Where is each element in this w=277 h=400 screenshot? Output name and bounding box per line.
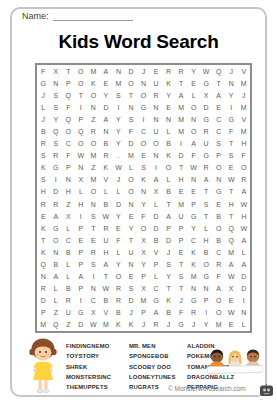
grid-cell[interactable]: G xyxy=(50,222,63,234)
grid-cell[interactable]: K xyxy=(187,258,200,270)
grid-cell[interactable]: D xyxy=(125,295,138,307)
grid-cell[interactable]: M xyxy=(237,125,250,137)
grid-cell[interactable]: N xyxy=(50,246,63,258)
grid-cell[interactable]: P xyxy=(75,113,88,125)
grid-cell[interactable]: H xyxy=(100,246,113,258)
grid-cell[interactable]: R xyxy=(37,198,50,210)
grid-cell[interactable]: N xyxy=(62,174,75,186)
grid-cell[interactable]: S xyxy=(225,150,238,162)
grid-cell[interactable]: C xyxy=(187,234,200,246)
grid-cell[interactable]: P xyxy=(62,77,75,89)
grid-cell[interactable]: G xyxy=(50,162,63,174)
grid-cell[interactable]: A xyxy=(100,65,113,77)
grid-cell[interactable]: G xyxy=(200,150,213,162)
grid-cell[interactable]: K xyxy=(37,222,50,234)
grid-cell[interactable]: S xyxy=(37,150,50,162)
grid-cell[interactable]: Y xyxy=(137,198,150,210)
grid-cell[interactable]: I xyxy=(175,138,188,150)
grid-cell[interactable]: F xyxy=(125,125,138,137)
grid-cell[interactable]: R xyxy=(50,150,63,162)
grid-cell[interactable]: G xyxy=(225,113,238,125)
grid-cell[interactable]: A xyxy=(187,138,200,150)
grid-cell[interactable]: D xyxy=(100,101,113,113)
grid-cell[interactable]: O xyxy=(187,125,200,137)
grid-cell[interactable]: B xyxy=(212,234,225,246)
grid-cell[interactable]: S xyxy=(200,198,213,210)
grid-cell[interactable]: M xyxy=(137,295,150,307)
grid-cell[interactable]: I xyxy=(225,101,238,113)
grid-cell[interactable]: L xyxy=(112,246,125,258)
grid-cell[interactable]: H xyxy=(200,234,213,246)
grid-cell[interactable]: S xyxy=(125,283,138,295)
grid-cell[interactable]: J xyxy=(137,65,150,77)
grid-cell[interactable]: R xyxy=(175,65,188,77)
grid-cell[interactable]: V xyxy=(150,246,163,258)
grid-cell[interactable]: A xyxy=(150,174,163,186)
grid-cell[interactable]: T xyxy=(87,222,100,234)
grid-cell[interactable]: Q xyxy=(75,125,88,137)
grid-cell[interactable]: Y xyxy=(137,258,150,270)
grid-cell[interactable]: B xyxy=(200,246,213,258)
grid-cell[interactable]: L xyxy=(62,222,75,234)
grid-cell[interactable]: O xyxy=(162,162,175,174)
grid-cell[interactable]: P xyxy=(162,222,175,234)
grid-cell[interactable]: O xyxy=(112,271,125,283)
grid-cell[interactable]: O xyxy=(237,162,250,174)
grid-cell[interactable]: N xyxy=(87,101,100,113)
grid-cell[interactable]: B xyxy=(37,125,50,137)
grid-cell[interactable]: Y xyxy=(125,222,138,234)
grid-cell[interactable]: L xyxy=(125,162,138,174)
grid-cell[interactable]: N xyxy=(150,101,163,113)
grid-cell[interactable]: E xyxy=(125,210,138,222)
grid-cell[interactable]: S xyxy=(125,113,138,125)
grid-cell[interactable]: T xyxy=(62,65,75,77)
grid-cell[interactable]: N xyxy=(125,258,138,270)
grid-cell[interactable]: A xyxy=(237,234,250,246)
grid-cell[interactable]: O xyxy=(137,222,150,234)
name-input-line[interactable] xyxy=(53,11,133,21)
grid-cell[interactable]: X xyxy=(87,307,100,319)
grid-cell[interactable]: A xyxy=(150,307,163,319)
grid-cell[interactable]: L xyxy=(50,283,63,295)
grid-cell[interactable]: B xyxy=(150,234,163,246)
grid-cell[interactable]: D xyxy=(150,210,163,222)
grid-cell[interactable]: W xyxy=(237,198,250,210)
grid-cell[interactable]: F xyxy=(212,271,225,283)
grid-cell[interactable]: R xyxy=(237,174,250,186)
grid-cell[interactable]: O xyxy=(212,307,225,319)
grid-cell[interactable]: G xyxy=(200,271,213,283)
grid-cell[interactable]: T xyxy=(225,210,238,222)
grid-cell[interactable]: R xyxy=(87,125,100,137)
grid-cell[interactable]: N xyxy=(150,113,163,125)
grid-cell[interactable]: L xyxy=(187,89,200,101)
grid-cell[interactable]: M xyxy=(100,319,113,331)
grid-cell[interactable]: C xyxy=(150,283,163,295)
grid-cell[interactable]: B xyxy=(100,198,113,210)
grid-cell[interactable]: J xyxy=(187,319,200,331)
grid-cell[interactable]: H xyxy=(237,210,250,222)
grid-cell[interactable]: Y xyxy=(187,222,200,234)
grid-cell[interactable]: T xyxy=(212,77,225,89)
grid-cell[interactable]: J xyxy=(37,113,50,125)
grid-cell[interactable]: R xyxy=(150,319,163,331)
grid-cell[interactable]: G xyxy=(200,113,213,125)
grid-cell[interactable]: H xyxy=(237,138,250,150)
grid-cell[interactable]: L xyxy=(200,222,213,234)
grid-cell[interactable]: O xyxy=(87,186,100,198)
grid-cell[interactable]: W xyxy=(200,65,213,77)
grid-cell[interactable]: T xyxy=(175,162,188,174)
grid-cell[interactable]: T xyxy=(175,283,188,295)
grid-cell[interactable]: J xyxy=(125,307,138,319)
grid-cell[interactable]: R xyxy=(50,198,63,210)
grid-cell[interactable]: K xyxy=(100,162,113,174)
grid-cell[interactable]: S xyxy=(50,138,63,150)
grid-cell[interactable]: . xyxy=(112,150,125,162)
grid-cell[interactable]: N xyxy=(187,174,200,186)
grid-cell[interactable]: A xyxy=(162,210,175,222)
grid-cell[interactable]: K xyxy=(162,150,175,162)
grid-cell[interactable]: T xyxy=(225,186,238,198)
grid-cell[interactable]: O xyxy=(75,77,88,89)
grid-cell[interactable]: J xyxy=(237,89,250,101)
grid-cell[interactable]: E xyxy=(225,162,238,174)
grid-cell[interactable]: Y xyxy=(200,319,213,331)
grid-cell[interactable]: D xyxy=(200,101,213,113)
grid-cell[interactable]: R xyxy=(162,65,175,77)
grid-cell[interactable]: G xyxy=(187,210,200,222)
grid-cell[interactable]: L xyxy=(100,186,113,198)
grid-cell[interactable]: O xyxy=(200,258,213,270)
grid-cell[interactable]: E xyxy=(187,77,200,89)
grid-cell[interactable]: A xyxy=(200,174,213,186)
grid-cell[interactable]: O xyxy=(87,89,100,101)
grid-cell[interactable]: B xyxy=(212,210,225,222)
grid-cell[interactable]: P xyxy=(75,246,88,258)
grid-cell[interactable]: R xyxy=(112,283,125,295)
grid-cell[interactable]: S xyxy=(112,89,125,101)
grid-cell[interactable]: Q xyxy=(212,65,225,77)
grid-cell[interactable]: O xyxy=(212,295,225,307)
grid-cell[interactable]: L xyxy=(162,174,175,186)
grid-cell[interactable]: B xyxy=(162,186,175,198)
grid-cell[interactable]: Z xyxy=(87,162,100,174)
grid-cell[interactable]: W xyxy=(112,162,125,174)
grid-cell[interactable]: G xyxy=(37,77,50,89)
grid-cell[interactable]: H xyxy=(225,198,238,210)
grid-cell[interactable]: E xyxy=(212,198,225,210)
grid-cell[interactable]: E xyxy=(125,271,138,283)
grid-cell[interactable]: X xyxy=(137,246,150,258)
grid-cell[interactable]: F xyxy=(187,150,200,162)
grid-cell[interactable]: Q xyxy=(225,222,238,234)
grid-cell[interactable]: G xyxy=(137,101,150,113)
grid-cell[interactable]: F xyxy=(62,101,75,113)
grid-cell[interactable]: K xyxy=(37,162,50,174)
grid-cell[interactable]: L xyxy=(62,258,75,270)
grid-cell[interactable]: M xyxy=(175,101,188,113)
grid-cell[interactable]: U xyxy=(125,246,138,258)
grid-cell[interactable]: R xyxy=(62,295,75,307)
grid-cell[interactable]: I xyxy=(137,113,150,125)
grid-cell[interactable]: M xyxy=(87,65,100,77)
grid-cell[interactable]: K xyxy=(187,246,200,258)
grid-cell[interactable]: D xyxy=(75,319,88,331)
grid-cell[interactable]: M xyxy=(125,150,138,162)
grid-cell[interactable]: F xyxy=(112,234,125,246)
grid-cell[interactable]: Q xyxy=(50,125,63,137)
grid-cell[interactable]: L xyxy=(75,186,88,198)
grid-cell[interactable]: X xyxy=(62,210,75,222)
grid-cell[interactable]: S xyxy=(175,271,188,283)
grid-cell[interactable]: B xyxy=(100,138,113,150)
grid-cell[interactable]: L xyxy=(50,295,63,307)
grid-cell[interactable]: P xyxy=(137,271,150,283)
grid-cell[interactable]: G xyxy=(75,307,88,319)
grid-cell[interactable]: N xyxy=(225,77,238,89)
grid-cell[interactable]: I xyxy=(50,174,63,186)
grid-cell[interactable]: N xyxy=(150,150,163,162)
grid-cell[interactable]: E xyxy=(112,222,125,234)
grid-cell[interactable]: W xyxy=(237,222,250,234)
grid-cell[interactable]: L xyxy=(237,246,250,258)
grid-cell[interactable]: P xyxy=(175,234,188,246)
grid-cell[interactable]: T xyxy=(200,186,213,198)
grid-cell[interactable]: E xyxy=(187,186,200,198)
grid-cell[interactable]: T xyxy=(37,234,50,246)
grid-cell[interactable]: O xyxy=(137,89,150,101)
grid-cell[interactable]: L xyxy=(237,319,250,331)
grid-cell[interactable]: I xyxy=(87,271,100,283)
grid-cell[interactable]: X xyxy=(50,65,63,77)
grid-cell[interactable]: A xyxy=(75,271,88,283)
grid-cell[interactable]: R xyxy=(150,89,163,101)
grid-cell[interactable]: K xyxy=(125,319,138,331)
grid-cell[interactable]: X xyxy=(137,234,150,246)
grid-cell[interactable]: P xyxy=(75,222,88,234)
grid-cell[interactable]: I xyxy=(150,162,163,174)
grid-cell[interactable]: E xyxy=(225,295,238,307)
grid-cell[interactable]: J xyxy=(162,246,175,258)
grid-cell[interactable]: P xyxy=(212,150,225,162)
grid-cell[interactable]: A xyxy=(175,89,188,101)
grid-cell[interactable]: H xyxy=(75,198,88,210)
grid-cell[interactable]: S xyxy=(162,258,175,270)
grid-cell[interactable]: L xyxy=(112,186,125,198)
grid-cell[interactable]: M xyxy=(112,77,125,89)
grid-cell[interactable]: Y xyxy=(100,89,113,101)
grid-cell[interactable]: M xyxy=(37,319,50,331)
grid-cell[interactable]: E xyxy=(37,210,50,222)
grid-cell[interactable]: J xyxy=(162,319,175,331)
grid-cell[interactable]: A xyxy=(212,89,225,101)
grid-cell[interactable]: Z xyxy=(62,319,75,331)
grid-cell[interactable]: P xyxy=(37,307,50,319)
grid-cell[interactable]: E xyxy=(225,319,238,331)
grid-cell[interactable]: B xyxy=(50,258,63,270)
grid-cell[interactable]: Q xyxy=(62,113,75,125)
grid-cell[interactable]: S xyxy=(50,101,63,113)
grid-cell[interactable]: D xyxy=(50,186,63,198)
grid-cell[interactable]: N xyxy=(200,283,213,295)
grid-cell[interactable]: S xyxy=(50,89,63,101)
grid-cell[interactable]: D xyxy=(112,198,125,210)
grid-cell[interactable]: W xyxy=(225,307,238,319)
grid-cell[interactable]: N xyxy=(50,77,63,89)
grid-cell[interactable]: A xyxy=(225,258,238,270)
grid-cell[interactable]: V xyxy=(237,65,250,77)
grid-cell[interactable]: G xyxy=(212,186,225,198)
grid-cell[interactable]: O xyxy=(87,138,100,150)
grid-cell[interactable]: B xyxy=(62,283,75,295)
grid-cell[interactable]: W xyxy=(87,319,100,331)
grid-cell[interactable]: N xyxy=(212,174,225,186)
grid-cell[interactable]: Y xyxy=(112,138,125,150)
grid-cell[interactable]: R xyxy=(37,138,50,150)
grid-cell[interactable]: E xyxy=(100,77,113,89)
grid-cell[interactable]: Q xyxy=(225,234,238,246)
grid-cell[interactable]: D xyxy=(162,234,175,246)
grid-cell[interactable]: T xyxy=(225,138,238,150)
grid-cell[interactable]: G xyxy=(150,295,163,307)
grid-cell[interactable]: D xyxy=(237,283,250,295)
grid-cell[interactable]: J xyxy=(37,89,50,101)
grid-cell[interactable]: W xyxy=(100,210,113,222)
grid-cell[interactable]: N xyxy=(162,113,175,125)
grid-cell[interactable]: P xyxy=(137,307,150,319)
grid-cell[interactable]: A xyxy=(50,210,63,222)
grid-cell[interactable]: J xyxy=(225,65,238,77)
grid-cell[interactable]: I xyxy=(75,210,88,222)
grid-cell[interactable]: U xyxy=(100,234,113,246)
grid-cell[interactable]: T xyxy=(200,210,213,222)
grid-cell[interactable]: M xyxy=(212,319,225,331)
grid-cell[interactable]: J xyxy=(112,174,125,186)
grid-cell[interactable]: S xyxy=(37,174,50,186)
grid-cell[interactable]: A xyxy=(237,258,250,270)
grid-cell[interactable]: N xyxy=(125,198,138,210)
grid-cell[interactable]: N xyxy=(100,125,113,137)
grid-cell[interactable]: T xyxy=(162,283,175,295)
grid-cell[interactable]: E xyxy=(75,234,88,246)
grid-cell[interactable]: O xyxy=(137,138,150,150)
grid-cell[interactable]: A xyxy=(237,186,250,198)
grid-cell[interactable]: N xyxy=(187,113,200,125)
grid-cell[interactable]: K xyxy=(137,174,150,186)
grid-cell[interactable]: S xyxy=(212,138,225,150)
grid-cell[interactable]: T xyxy=(162,198,175,210)
grid-cell[interactable]: S xyxy=(87,258,100,270)
grid-cell[interactable]: U xyxy=(62,307,75,319)
grid-cell[interactable]: O xyxy=(187,101,200,113)
grid-cell[interactable]: M xyxy=(237,77,250,89)
grid-cell[interactable]: P xyxy=(75,283,88,295)
grid-cell[interactable]: E xyxy=(175,186,188,198)
grid-cell[interactable]: Q xyxy=(62,89,75,101)
grid-cell[interactable]: H xyxy=(37,186,50,198)
grid-cell[interactable]: X xyxy=(225,283,238,295)
grid-cell[interactable]: Y xyxy=(112,125,125,137)
grid-cell[interactable]: L xyxy=(162,125,175,137)
grid-cell[interactable]: W xyxy=(187,162,200,174)
grid-cell[interactable]: Z xyxy=(62,198,75,210)
grid-cell[interactable]: W xyxy=(225,271,238,283)
grid-cell[interactable]: U xyxy=(150,125,163,137)
grid-cell[interactable]: J xyxy=(175,295,188,307)
grid-cell[interactable]: N xyxy=(125,101,138,113)
grid-cell[interactable]: B xyxy=(112,307,125,319)
grid-cell[interactable]: U xyxy=(150,77,163,89)
grid-cell[interactable]: T xyxy=(100,271,113,283)
grid-cell[interactable]: L xyxy=(150,271,163,283)
grid-cell[interactable]: U xyxy=(200,138,213,150)
grid-cell[interactable]: Q xyxy=(37,258,50,270)
grid-cell[interactable]: Z xyxy=(87,113,100,125)
grid-cell[interactable]: D xyxy=(37,295,50,307)
grid-cell[interactable]: X xyxy=(200,89,213,101)
grid-cell[interactable]: N xyxy=(87,283,100,295)
grid-cell[interactable]: T xyxy=(125,89,138,101)
grid-cell[interactable]: O xyxy=(125,174,138,186)
grid-cell[interactable]: N xyxy=(75,162,88,174)
grid-cell[interactable]: R xyxy=(100,222,113,234)
grid-cell[interactable]: X xyxy=(137,283,150,295)
grid-cell[interactable]: R xyxy=(37,283,50,295)
grid-cell[interactable]: Y xyxy=(162,89,175,101)
grid-cell[interactable]: F xyxy=(175,307,188,319)
grid-cell[interactable]: T xyxy=(175,258,188,270)
grid-cell[interactable]: E xyxy=(87,234,100,246)
grid-cell[interactable]: N xyxy=(137,186,150,198)
grid-cell[interactable]: Y xyxy=(225,89,238,101)
grid-cell[interactable]: G xyxy=(187,295,200,307)
grid-cell[interactable]: E xyxy=(162,101,175,113)
grid-cell[interactable]: Y xyxy=(162,271,175,283)
grid-cell[interactable]: K xyxy=(87,77,100,89)
grid-cell[interactable]: L xyxy=(62,271,75,283)
grid-cell[interactable]: W xyxy=(225,174,238,186)
grid-cell[interactable]: P xyxy=(150,258,163,270)
grid-cell[interactable]: N xyxy=(237,307,250,319)
grid-cell[interactable]: V xyxy=(100,174,113,186)
grid-cell[interactable]: N xyxy=(137,77,150,89)
grid-cell[interactable]: O xyxy=(212,162,225,174)
grid-cell[interactable]: P xyxy=(200,295,213,307)
grid-cell[interactable]: P xyxy=(75,258,88,270)
grid-cell[interactable]: M xyxy=(175,198,188,210)
grid-cell[interactable]: F xyxy=(37,65,50,77)
grid-cell[interactable]: L xyxy=(150,198,163,210)
grid-cell[interactable]: K xyxy=(112,319,125,331)
grid-cell[interactable]: T xyxy=(75,89,88,101)
grid-cell[interactable]: B xyxy=(162,138,175,150)
grid-cell[interactable]: C xyxy=(62,138,75,150)
grid-cell[interactable]: R xyxy=(212,258,225,270)
grid-cell[interactable]: T xyxy=(175,77,188,89)
grid-cell[interactable]: A xyxy=(212,283,225,295)
grid-cell[interactable]: X xyxy=(150,186,163,198)
grid-cell[interactable]: E xyxy=(175,246,188,258)
grid-cell[interactable]: W xyxy=(100,283,113,295)
grid-cell[interactable]: B xyxy=(100,295,113,307)
grid-cell[interactable]: N xyxy=(112,65,125,77)
grid-cell[interactable]: U xyxy=(175,210,188,222)
grid-cell[interactable]: M xyxy=(225,246,238,258)
grid-cell[interactable]: D xyxy=(175,150,188,162)
grid-cell[interactable]: R xyxy=(200,162,213,174)
